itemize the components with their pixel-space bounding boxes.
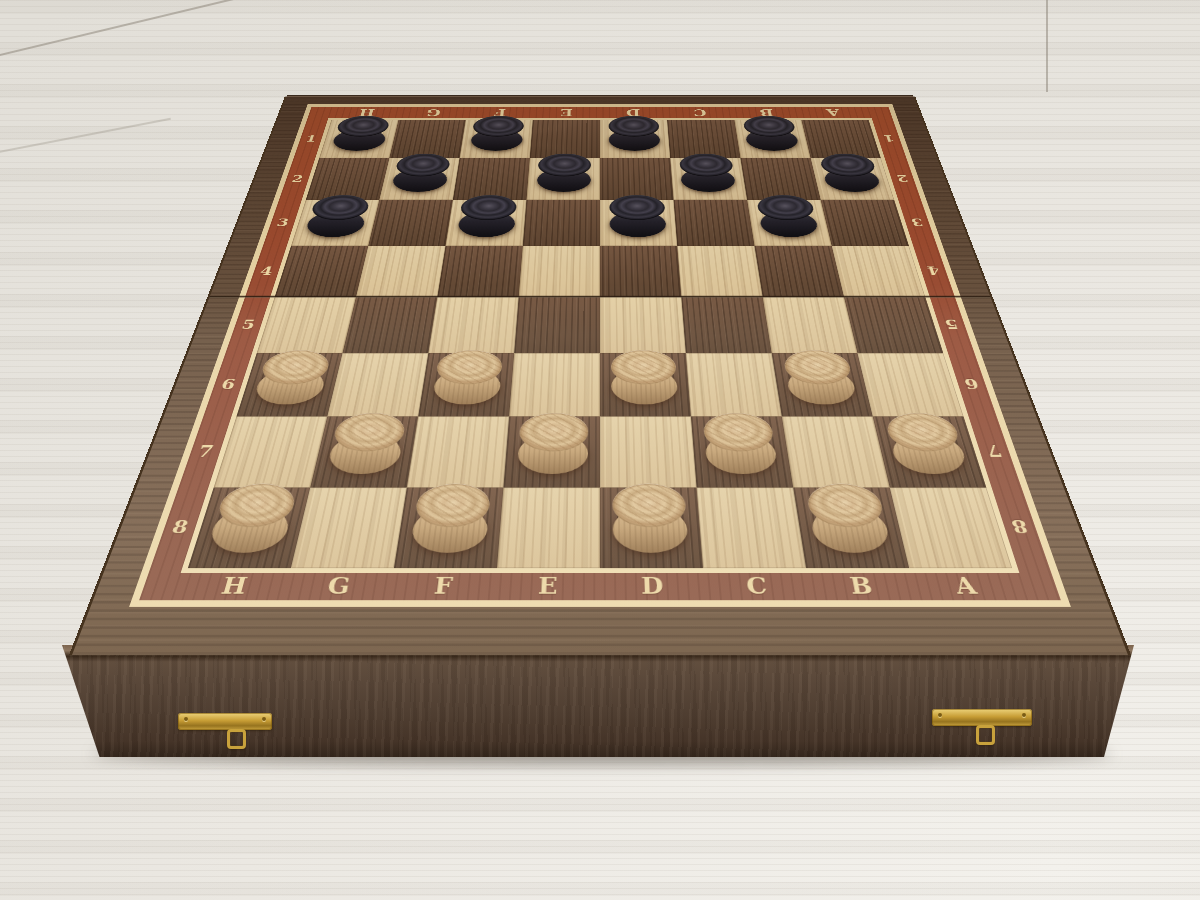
- piece-top-face: [782, 350, 854, 385]
- checker-dark-c2[interactable]: [680, 168, 736, 192]
- checker-light-h6[interactable]: [252, 369, 328, 405]
- file-label-near-f: F: [389, 573, 497, 600]
- checker-dark-a2[interactable]: [822, 168, 882, 192]
- file-label-far-g: G: [399, 107, 468, 118]
- checker-dark-h3[interactable]: [304, 211, 368, 237]
- checker-dark-d1[interactable]: [609, 129, 661, 151]
- piece-top-face: [258, 350, 332, 385]
- checker-light-c7[interactable]: [704, 434, 779, 474]
- board-top-surface: HGFEDCBA HGFEDCBA 12345678 12345678: [72, 97, 1128, 655]
- file-label-near-e: E: [494, 573, 600, 600]
- piece-top-face: [309, 195, 371, 220]
- piece-top-face: [518, 413, 588, 452]
- file-label-near-c: C: [703, 573, 811, 600]
- piece-top-face: [459, 195, 517, 220]
- pieces-layer: [188, 120, 1012, 568]
- piece-top-face: [435, 350, 504, 385]
- checker-light-f6[interactable]: [432, 369, 502, 405]
- file-label-far-c: C: [666, 107, 734, 118]
- piece-top-face: [756, 195, 816, 220]
- piece-top-face: [611, 350, 677, 385]
- file-label-far-a: A: [798, 107, 868, 118]
- checker-light-f8[interactable]: [409, 507, 489, 553]
- file-label-near-h: H: [178, 573, 290, 600]
- checker-light-g7[interactable]: [326, 434, 404, 474]
- piece-top-face: [214, 483, 299, 527]
- checker-light-e7[interactable]: [517, 434, 589, 474]
- checker-light-d6[interactable]: [611, 369, 678, 405]
- file-label-near-d: D: [600, 573, 706, 600]
- piece-top-face: [394, 154, 451, 177]
- piece-top-face: [818, 154, 877, 177]
- file-labels-near: HGFEDCBA: [178, 573, 1023, 600]
- piece-top-face: [413, 483, 491, 527]
- piece-top-face: [805, 483, 887, 527]
- file-label-far-e: E: [533, 107, 600, 118]
- piece-top-face: [612, 483, 687, 527]
- piece-top-face: [335, 116, 391, 137]
- checker-light-b8[interactable]: [809, 507, 893, 553]
- piece-top-face: [609, 195, 665, 220]
- board-fold-seam: [209, 295, 991, 298]
- piece-top-face: [702, 413, 775, 452]
- checker-light-b6[interactable]: [785, 369, 858, 405]
- piece-top-face: [609, 116, 660, 137]
- piece-top-face: [742, 116, 797, 137]
- checker-light-a7[interactable]: [889, 434, 970, 474]
- file-label-near-a: A: [910, 573, 1022, 600]
- checker-dark-e2[interactable]: [536, 168, 591, 192]
- piece-top-face: [883, 413, 963, 452]
- checker-dark-b1[interactable]: [744, 129, 800, 151]
- checker-light-d8[interactable]: [612, 507, 688, 553]
- checker-dark-g2[interactable]: [391, 168, 449, 192]
- photo-of-checkers-board: HGFEDCBA HGFEDCBA 12345678 12345678: [0, 0, 1200, 900]
- checker-light-h8[interactable]: [206, 507, 293, 553]
- file-labels-far: HGFEDCBA: [332, 107, 868, 118]
- piece-top-face: [679, 154, 735, 177]
- piece-top-face: [331, 413, 407, 452]
- checker-dark-h1[interactable]: [330, 129, 387, 151]
- checker-dark-f1[interactable]: [470, 129, 524, 151]
- piece-top-face: [472, 116, 525, 137]
- checker-dark-b3[interactable]: [758, 211, 819, 237]
- checker-dark-d3[interactable]: [609, 211, 666, 237]
- file-label-near-g: G: [283, 573, 393, 600]
- board-perspective-scene: HGFEDCBA HGFEDCBA 12345678 12345678: [0, 0, 1200, 900]
- checker-dark-f3[interactable]: [457, 211, 516, 237]
- piece-top-face: [537, 154, 591, 177]
- file-label-near-b: B: [807, 573, 917, 600]
